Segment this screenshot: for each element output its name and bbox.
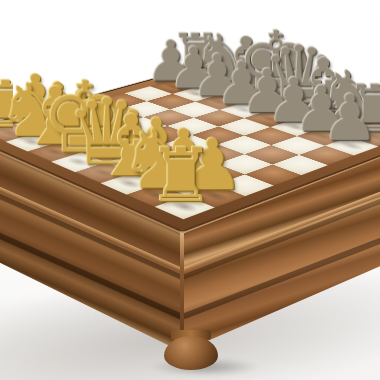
bun-foot bbox=[164, 336, 218, 370]
piece-white-rook: ♜ bbox=[149, 138, 192, 212]
square-h7: ♟ bbox=[325, 137, 379, 156]
square-h1: ♜ bbox=[155, 196, 215, 220]
stage: ♜♞♝♚♛♝♞♜♟♟♟♟♟♟♟♟♟♟♟♟♟♟♟♟♜♞♝♚♛♝♞♜ bbox=[0, 0, 380, 380]
piece-black-pawn: ♟ bbox=[321, 86, 359, 150]
